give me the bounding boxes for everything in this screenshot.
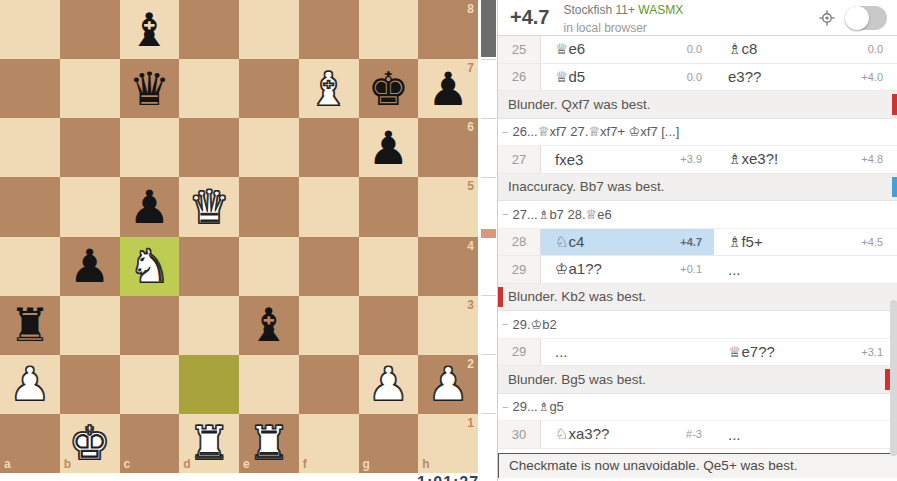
file-label-b: b — [64, 458, 71, 470]
square-e3[interactable]: ♝ — [239, 296, 299, 355]
square-f2[interactable] — [299, 355, 359, 414]
eval-gauge-tick — [481, 59, 496, 60]
square-g1[interactable]: g — [359, 414, 419, 473]
square-h5[interactable]: 5 — [418, 177, 478, 236]
black-bishop[interactable]: ♝ — [248, 302, 289, 348]
move-san: ... — [728, 261, 883, 278]
variation-line[interactable]: −27...♗b7 28.♕e6 — [498, 201, 897, 229]
move-number: 25 — [498, 36, 541, 63]
engine-toggle[interactable] — [845, 6, 887, 30]
white-move-cell[interactable]: ♘c4+4.7 — [541, 229, 714, 256]
clock-container: 1:01:27 — [417, 474, 487, 481]
square-c5[interactable]: ♟ — [120, 177, 180, 236]
judgment-comment: Inaccuracy. Bb7 was best. — [498, 174, 897, 202]
square-h3[interactable]: 3 — [418, 296, 478, 355]
square-b8[interactable] — [60, 0, 120, 59]
move-eval: 0.0 — [687, 43, 702, 55]
move-number: 27 — [498, 146, 541, 173]
move-san: ♘c4 — [555, 233, 680, 251]
eval-gauge-tick — [481, 354, 496, 355]
file-label-g: g — [363, 458, 370, 470]
square-g7[interactable]: ♚ — [359, 59, 419, 118]
white-bishop[interactable]: ♝ — [308, 66, 349, 112]
move-eval: 0.0 — [687, 71, 702, 83]
square-f1[interactable]: f — [299, 414, 359, 473]
move-san: e3?? — [728, 68, 861, 85]
file-label-f: f — [303, 458, 307, 470]
move-san: ♗c8 — [728, 40, 868, 58]
square-h2[interactable]: ♟2 — [418, 355, 478, 414]
square-f4[interactable] — [299, 237, 359, 296]
comment-text: Blunder. Kb2 was best. — [508, 289, 646, 304]
analysis-page: ♝8♛♝♚♟7♟6♟♛5♟♞4♜♝3♟♟♟2a♚bc♜d♜efg1h 1:01:… — [0, 0, 897, 481]
square-f8[interactable] — [299, 0, 359, 59]
rank-label-8: 8 — [467, 3, 474, 15]
square-e4[interactable] — [239, 237, 299, 296]
black-move-cell[interactable]: e3??+4.0 — [714, 64, 897, 91]
square-a8[interactable] — [0, 0, 60, 59]
variation-text: 26...♕xf7 27.♕xf7+ ♔xf7 [...] — [512, 124, 679, 139]
analysis-panel: +4.7 Stockfish 11+ WASMX in local browse… — [497, 0, 897, 481]
variation-text: 27...♗b7 28.♕e6 — [512, 207, 611, 222]
square-b6[interactable] — [60, 118, 120, 177]
square-a3[interactable]: ♜ — [0, 296, 60, 355]
square-f5[interactable] — [299, 177, 359, 236]
black-pawn[interactable]: ♟ — [69, 243, 110, 289]
move-row: 30♘xa3??#-3... — [498, 421, 897, 449]
black-bishop[interactable]: ♝ — [129, 7, 170, 53]
move-row: 29♔a1??+0.1... — [498, 256, 897, 284]
square-c7[interactable]: ♛ — [120, 59, 180, 118]
variation-collapse-icon[interactable]: − — [502, 126, 508, 138]
variation-collapse-icon[interactable]: − — [502, 208, 508, 220]
variation-line[interactable]: −29.♔b2 — [498, 311, 897, 339]
engine-location: in local browser — [563, 21, 646, 35]
variation-collapse-icon[interactable]: − — [502, 401, 508, 413]
white-move-cell[interactable]: ♕e60.0 — [541, 36, 714, 63]
rank-label-7: 7 — [467, 62, 474, 74]
white-king[interactable]: ♚ — [69, 420, 110, 466]
engine-eval: +4.7 — [510, 6, 549, 29]
move-number: 26 — [498, 64, 541, 91]
black-rook[interactable]: ♜ — [9, 302, 50, 348]
move-eval: 0.0 — [868, 43, 883, 55]
scrollbar-thumb[interactable] — [890, 300, 897, 456]
square-c1[interactable]: c — [120, 414, 180, 473]
square-c8[interactable]: ♝ — [120, 0, 180, 59]
square-a2[interactable]: ♟ — [0, 355, 60, 414]
move-eval: +0.1 — [680, 263, 702, 275]
square-g8[interactable] — [359, 0, 419, 59]
square-f3[interactable] — [299, 296, 359, 355]
move-number: 30 — [498, 421, 541, 448]
rank-label-4: 4 — [467, 240, 474, 252]
square-h1[interactable]: 1h — [418, 414, 478, 473]
square-b4[interactable]: ♟ — [60, 237, 120, 296]
square-e5[interactable] — [239, 177, 299, 236]
engine-meta: Stockfish 11+ WASMX in local browser — [563, 0, 819, 36]
eval-gauge-zero-tick — [481, 229, 496, 238]
rank-label-5: 5 — [467, 180, 474, 192]
engine-name-line: Stockfish 11+ WASMX — [563, 3, 683, 17]
target-icon[interactable] — [819, 10, 835, 26]
black-move-cell[interactable]: ... — [714, 421, 897, 448]
judgment-bar-blue — [892, 177, 897, 198]
square-e7[interactable] — [239, 59, 299, 118]
variation-text: 29...♗g5 — [512, 399, 563, 414]
variation-text: 29.♔b2 — [512, 317, 556, 332]
square-b3[interactable] — [60, 296, 120, 355]
square-d5[interactable]: ♛ — [179, 177, 239, 236]
square-f7[interactable]: ♝ — [299, 59, 359, 118]
comment-text: Inaccuracy. Bb7 was best. — [508, 179, 665, 194]
white-pawn[interactable]: ♟ — [428, 361, 469, 407]
engine-name: Stockfish 11+ — [563, 3, 634, 17]
move-list: 25♕e60.0♗c80.026♕d50.0e3??+4.0Blunder. Q… — [498, 36, 897, 478]
engine-tech: WASMX — [638, 3, 683, 17]
current-comment-box: Checkmate is now unavoidable. Qe5+ was b… — [498, 453, 897, 478]
white-pawn[interactable]: ♟ — [9, 361, 50, 407]
comment-text: Blunder. Qxf7 was best. — [508, 97, 651, 112]
move-san: ♕d5 — [555, 68, 687, 86]
move-san: ♕e6 — [555, 40, 687, 58]
move-row: 26♕d50.0e3??+4.0 — [498, 64, 897, 92]
square-a4[interactable] — [0, 237, 60, 296]
move-san: fxe3 — [555, 151, 680, 168]
file-label-d: d — [183, 458, 190, 470]
move-number: 28 — [498, 229, 541, 256]
chess-board[interactable]: ♝8♛♝♚♟7♟6♟♛5♟♞4♜♝3♟♟♟2a♚bc♜d♜efg1h — [0, 0, 478, 473]
square-h6[interactable]: 6 — [418, 118, 478, 177]
black-move-cell[interactable]: ... — [714, 256, 897, 283]
square-g3[interactable] — [359, 296, 419, 355]
black-queen[interactable]: ♛ — [129, 66, 170, 112]
move-san: ♗xe3?! — [728, 150, 861, 168]
eval-gauge-tick — [481, 177, 496, 178]
white-move-cell[interactable]: ♔a1??+0.1 — [541, 256, 714, 283]
move-row: 29...♕e7??+3.1 — [498, 339, 897, 367]
white-move-cell[interactable]: ♘xa3??#-3 — [541, 421, 714, 448]
move-eval: +3.9 — [680, 153, 702, 165]
square-d2[interactable] — [179, 355, 239, 414]
move-row: 28♘c4+4.7♗f5++4.5 — [498, 229, 897, 257]
comment-text: Blunder. Bg5 was best. — [508, 372, 646, 387]
square-e2[interactable] — [239, 355, 299, 414]
black-king[interactable]: ♚ — [368, 66, 409, 112]
square-h8[interactable]: 8 — [418, 0, 478, 59]
square-a1[interactable]: a — [0, 414, 60, 473]
white-rook[interactable]: ♜ — [189, 420, 230, 466]
white-knight[interactable]: ♞ — [129, 243, 170, 289]
move-number: 29 — [498, 256, 541, 283]
move-eval: +4.7 — [680, 236, 702, 248]
square-d8[interactable] — [179, 0, 239, 59]
variation-line[interactable]: −26...♕xf7 27.♕xf7+ ♔xf7 [...] — [498, 119, 897, 147]
judgment-comment: Blunder. Qxf7 was best. — [498, 91, 897, 119]
eval-gauge-tick — [481, 295, 496, 296]
eval-gauge-tick — [481, 413, 496, 414]
black-move-cell[interactable]: ♕e7??+3.1 — [714, 339, 897, 366]
rank-label-6: 6 — [467, 121, 474, 133]
square-g4[interactable] — [359, 237, 419, 296]
square-d3[interactable] — [179, 296, 239, 355]
white-move-cell[interactable]: ... — [541, 339, 714, 366]
clock: 1:01:27 — [417, 474, 479, 481]
square-b2[interactable] — [60, 355, 120, 414]
white-pawn[interactable]: ♟ — [368, 361, 409, 407]
white-move-cell[interactable]: ♕d50.0 — [541, 64, 714, 91]
move-eval: #-3 — [686, 428, 702, 440]
move-eval: +3.1 — [861, 346, 883, 358]
move-eval: +4.8 — [861, 153, 883, 165]
eval-gauge-black-share — [481, 0, 496, 57]
square-h7[interactable]: ♟7 — [418, 59, 478, 118]
move-eval: +4.5 — [861, 236, 883, 248]
move-row: 25♕e60.0♗c80.0 — [498, 36, 897, 64]
toggle-knob — [845, 6, 869, 30]
square-d7[interactable] — [179, 59, 239, 118]
black-pawn[interactable]: ♟ — [428, 66, 469, 112]
file-label-c: c — [124, 458, 131, 470]
square-h4[interactable]: 4 — [418, 237, 478, 296]
judgment-bar-red — [498, 287, 503, 308]
square-c6[interactable] — [120, 118, 180, 177]
square-d4[interactable] — [179, 237, 239, 296]
square-c3[interactable] — [120, 296, 180, 355]
eval-gauge-tick — [481, 118, 496, 119]
move-number: 29 — [498, 339, 541, 366]
move-eval: +4.0 — [861, 71, 883, 83]
move-row: 27fxe3+3.9♗xe3?!+4.8 — [498, 146, 897, 174]
move-san: ♕e7?? — [728, 343, 861, 361]
move-san: ♘xa3?? — [555, 425, 686, 443]
square-e6[interactable] — [239, 118, 299, 177]
square-c4[interactable]: ♞ — [120, 237, 180, 296]
rank-label-2: 2 — [467, 358, 474, 370]
black-move-cell[interactable]: ♗c80.0 — [714, 36, 897, 63]
eval-gauge — [481, 0, 496, 481]
move-san: ... — [728, 426, 883, 443]
file-label-e: e — [243, 458, 250, 470]
square-g6[interactable]: ♟ — [359, 118, 419, 177]
judgment-bar-red — [892, 94, 897, 115]
square-f6[interactable] — [299, 118, 359, 177]
black-pawn[interactable]: ♟ — [129, 184, 170, 230]
white-queen[interactable]: ♛ — [189, 184, 230, 230]
white-rook[interactable]: ♜ — [248, 420, 289, 466]
square-a5[interactable] — [0, 177, 60, 236]
engine-header: +4.7 Stockfish 11+ WASMX in local browse… — [498, 0, 897, 36]
square-g2[interactable]: ♟ — [359, 355, 419, 414]
black-pawn[interactable]: ♟ — [368, 125, 409, 171]
judgment-comment: Blunder. Kb2 was best. — [498, 284, 897, 312]
square-c2[interactable] — [120, 355, 180, 414]
square-b7[interactable] — [60, 59, 120, 118]
variation-line[interactable]: −29...♗g5 — [498, 394, 897, 422]
move-san: ♗f5+ — [728, 233, 861, 251]
square-b5[interactable] — [60, 177, 120, 236]
square-a6[interactable] — [0, 118, 60, 177]
rank-label-3: 3 — [467, 299, 474, 311]
black-move-cell[interactable]: ♗f5++4.5 — [714, 229, 897, 256]
square-g5[interactable] — [359, 177, 419, 236]
square-b1[interactable]: ♚b — [60, 414, 120, 473]
square-e8[interactable] — [239, 0, 299, 59]
square-a7[interactable] — [0, 59, 60, 118]
file-label-a: a — [4, 458, 11, 470]
move-san: ♔a1?? — [555, 260, 680, 278]
file-label-h: h — [422, 458, 429, 470]
variation-collapse-icon[interactable]: − — [502, 318, 508, 330]
black-move-cell[interactable]: ♗xe3?!+4.8 — [714, 146, 897, 173]
judgment-comment: Blunder. Bg5 was best. — [498, 366, 897, 394]
square-d1[interactable]: ♜d — [179, 414, 239, 473]
white-move-cell[interactable]: fxe3+3.9 — [541, 146, 714, 173]
rank-label-1: 1 — [467, 417, 474, 429]
square-d6[interactable] — [179, 118, 239, 177]
square-e1[interactable]: ♜e — [239, 414, 299, 473]
move-san: ... — [555, 343, 702, 360]
